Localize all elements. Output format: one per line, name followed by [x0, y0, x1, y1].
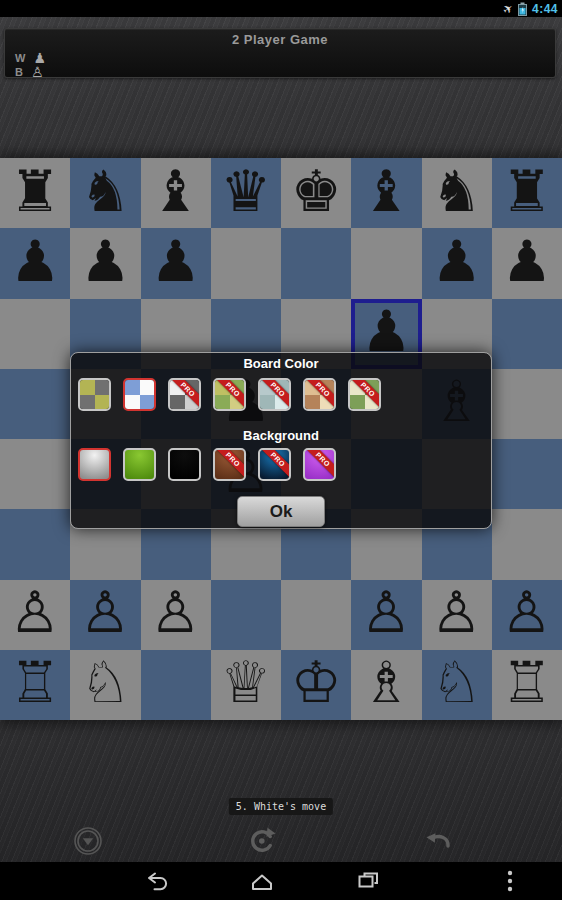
checker-preview	[170, 380, 199, 409]
black-knight-piece: ♞	[80, 163, 131, 220]
square-e2[interactable]	[281, 580, 351, 650]
header-panel: 2 Player Game W ♟ B ♙	[4, 28, 556, 78]
board-color-swatch-blue-white[interactable]	[123, 378, 156, 411]
checker-preview	[125, 380, 154, 409]
background-swatch-green[interactable]	[123, 448, 156, 481]
navigation-bar	[0, 862, 562, 900]
black-pawn-piece: ♟	[10, 233, 61, 290]
square-a8[interactable]: ♜	[0, 158, 70, 228]
square-a3[interactable]	[0, 509, 70, 579]
square-a1[interactable]: ♖	[0, 650, 70, 720]
square-f2[interactable]: ♙	[351, 580, 421, 650]
square-h8[interactable]: ♜	[492, 158, 562, 228]
white-knight-piece: ♘	[80, 654, 131, 711]
rotate-icon[interactable]	[247, 826, 277, 856]
square-g1[interactable]: ♘	[422, 650, 492, 720]
white-pawn-piece: ♙	[361, 584, 412, 641]
square-h4[interactable]	[492, 439, 562, 509]
black-queen-piece: ♛	[220, 163, 271, 220]
board-color-swatch-row: PROPROPROPROPRO	[78, 378, 381, 411]
recents-icon[interactable]	[356, 869, 380, 893]
square-h6[interactable]	[492, 299, 562, 369]
background-swatch-purple[interactable]: PRO	[303, 448, 336, 481]
square-f8[interactable]: ♝	[351, 158, 421, 228]
white-pawn-piece: ♙	[10, 584, 61, 641]
pro-ribbon: PRO	[306, 450, 334, 478]
white-king-piece: ♔	[291, 654, 342, 711]
move-status-text: 5. White's move	[229, 798, 333, 815]
square-d1[interactable]: ♕	[211, 650, 281, 720]
white-queen-piece: ♕	[220, 654, 271, 711]
white-pawn-piece: ♙	[431, 584, 482, 641]
square-d8[interactable]: ♛	[211, 158, 281, 228]
square-g7[interactable]: ♟	[422, 228, 492, 298]
airplane-mode-icon: ✈	[500, 1, 515, 17]
board-color-swatch-silver-gray[interactable]: PRO	[168, 378, 201, 411]
square-e8[interactable]: ♚	[281, 158, 351, 228]
black-pawn-piece: ♟	[501, 233, 552, 290]
square-c1[interactable]	[141, 650, 211, 720]
black-king-piece: ♚	[291, 163, 342, 220]
square-h7[interactable]: ♟	[492, 228, 562, 298]
square-a5[interactable]	[0, 369, 70, 439]
board-color-swatch-tan-brown[interactable]: PRO	[303, 378, 336, 411]
status-bar: ✈ 4:44	[0, 0, 562, 17]
background-swatch-black[interactable]	[168, 448, 201, 481]
board-color-swatch-pale-teal[interactable]: PRO	[258, 378, 291, 411]
checker-preview	[305, 380, 334, 409]
background-swatch-row: PROPROPRO	[78, 448, 336, 481]
black-pawn-piece: ♟	[150, 233, 201, 290]
square-b7[interactable]: ♟	[70, 228, 140, 298]
checker-preview	[350, 380, 379, 409]
background-swatch-rust[interactable]: PRO	[213, 448, 246, 481]
square-h1[interactable]: ♖	[492, 650, 562, 720]
checker-preview	[260, 380, 289, 409]
background-swatch-silver[interactable]	[78, 448, 111, 481]
square-b8[interactable]: ♞	[70, 158, 140, 228]
black-pawn-piece: ♟	[80, 233, 131, 290]
square-c8[interactable]: ♝	[141, 158, 211, 228]
black-player-pawn-icon: ♙	[31, 64, 44, 80]
pro-ribbon: PRO	[261, 450, 289, 478]
square-f1[interactable]: ♗	[351, 650, 421, 720]
undo-icon[interactable]	[423, 826, 453, 856]
background-label: Background	[71, 428, 491, 443]
white-bishop-piece: ♗	[361, 654, 412, 711]
board-color-swatch-olive-gray[interactable]	[78, 378, 111, 411]
black-player-label: B	[15, 66, 23, 78]
square-b1[interactable]: ♘	[70, 650, 140, 720]
dialog-title: Board Color	[71, 356, 491, 371]
square-e1[interactable]: ♔	[281, 650, 351, 720]
white-pawn-piece: ♙	[80, 584, 131, 641]
black-bishop-piece: ♝	[150, 163, 201, 220]
white-rook-piece: ♖	[10, 654, 61, 711]
status-time: 4:44	[532, 2, 558, 16]
black-bishop-piece: ♝	[361, 163, 412, 220]
black-knight-piece: ♞	[431, 163, 482, 220]
square-a4[interactable]	[0, 439, 70, 509]
checker-preview	[80, 380, 109, 409]
black-rook-piece: ♜	[10, 163, 61, 220]
pro-ribbon: PRO	[216, 450, 244, 478]
black-rook-piece: ♜	[501, 163, 552, 220]
square-h3[interactable]	[492, 509, 562, 579]
black-player-row: B ♙	[15, 64, 44, 80]
back-icon[interactable]	[145, 869, 169, 893]
square-a6[interactable]	[0, 299, 70, 369]
background-swatch-ocean-blue[interactable]: PRO	[258, 448, 291, 481]
square-b2[interactable]: ♙	[70, 580, 140, 650]
white-pawn-piece: ♙	[501, 584, 552, 641]
board-color-dialog: Board Color PROPROPROPROPRO Background P…	[70, 352, 492, 529]
white-knight-piece: ♘	[431, 654, 482, 711]
square-g2[interactable]: ♙	[422, 580, 492, 650]
square-h5[interactable]	[492, 369, 562, 439]
board-color-swatch-green-cream[interactable]: PRO	[348, 378, 381, 411]
square-g8[interactable]: ♞	[422, 158, 492, 228]
page-title: 2 Player Game	[5, 32, 555, 47]
square-d2[interactable]	[211, 580, 281, 650]
square-c2[interactable]: ♙	[141, 580, 211, 650]
board-color-swatch-yellow-green[interactable]: PRO	[213, 378, 246, 411]
collapse-circle-icon[interactable]	[73, 826, 103, 856]
checker-preview	[215, 380, 244, 409]
white-pawn-piece: ♙	[150, 584, 201, 641]
square-h2[interactable]: ♙	[492, 580, 562, 650]
menu-icon[interactable]	[498, 869, 522, 893]
square-d7[interactable]	[211, 228, 281, 298]
white-player-label: W	[15, 52, 25, 64]
square-f7[interactable]	[351, 228, 421, 298]
battery-icon	[518, 2, 527, 16]
home-icon[interactable]	[250, 869, 274, 893]
black-pawn-piece: ♟	[431, 233, 482, 290]
white-rook-piece: ♖	[501, 654, 552, 711]
square-a7[interactable]: ♟	[0, 228, 70, 298]
square-c7[interactable]: ♟	[141, 228, 211, 298]
ok-button[interactable]: Ok	[237, 496, 325, 527]
square-e7[interactable]	[281, 228, 351, 298]
square-a2[interactable]: ♙	[0, 580, 70, 650]
